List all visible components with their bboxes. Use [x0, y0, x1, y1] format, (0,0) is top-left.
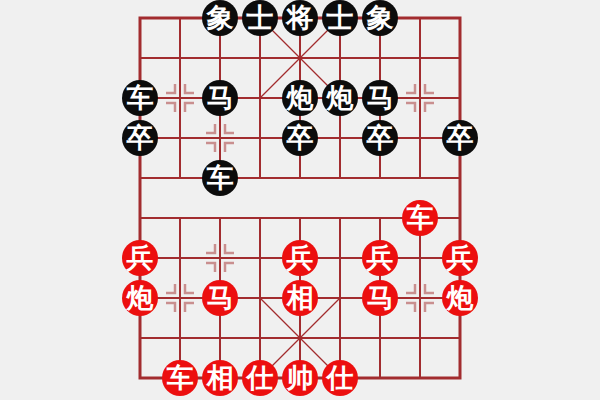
piece-black-elephant[interactable]: 象	[202, 0, 238, 36]
piece-red-horse[interactable]: 马	[202, 280, 238, 316]
piece-red-soldier[interactable]: 兵	[282, 240, 318, 276]
piece-red-soldier[interactable]: 兵	[362, 240, 398, 276]
piece-black-soldier[interactable]: 卒	[362, 120, 398, 156]
piece-red-soldier[interactable]: 兵	[442, 240, 478, 276]
piece-black-chariot[interactable]: 车	[122, 80, 158, 116]
piece-black-horse[interactable]: 马	[202, 80, 238, 116]
piece-red-cannon[interactable]: 炮	[122, 280, 158, 316]
piece-red-elephant[interactable]: 相	[202, 360, 238, 396]
piece-red-horse[interactable]: 马	[362, 280, 398, 316]
piece-black-soldier[interactable]: 卒	[282, 120, 318, 156]
piece-grid: 象士将士象车马炮炮马卒卒卒卒车车兵兵兵兵炮马相马炮车相仕帅仕	[120, 0, 480, 398]
piece-red-elephant[interactable]: 相	[282, 280, 318, 316]
piece-red-chariot[interactable]: 车	[162, 360, 198, 396]
xiangqi-board[interactable]: 象士将士象车马炮炮马卒卒卒卒车车兵兵兵兵炮马相马炮车相仕帅仕	[120, 0, 480, 398]
piece-black-cannon[interactable]: 炮	[322, 80, 358, 116]
piece-black-advisor[interactable]: 士	[322, 0, 358, 36]
piece-red-soldier[interactable]: 兵	[122, 240, 158, 276]
piece-red-advisor[interactable]: 仕	[242, 360, 278, 396]
piece-red-advisor[interactable]: 仕	[322, 360, 358, 396]
piece-red-cannon[interactable]: 炮	[442, 280, 478, 316]
piece-red-chariot[interactable]: 车	[402, 200, 438, 236]
piece-black-advisor[interactable]: 士	[242, 0, 278, 36]
piece-black-soldier[interactable]: 卒	[122, 120, 158, 156]
xiangqi-app-screen: 象士将士象车马炮炮马卒卒卒卒车车兵兵兵兵炮马相马炮车相仕帅仕	[0, 0, 600, 400]
piece-red-general[interactable]: 帅	[282, 360, 318, 396]
piece-black-elephant[interactable]: 象	[362, 0, 398, 36]
piece-black-cannon[interactable]: 炮	[282, 80, 318, 116]
piece-black-chariot[interactable]: 车	[202, 160, 238, 196]
piece-black-soldier[interactable]: 卒	[442, 120, 478, 156]
piece-black-general[interactable]: 将	[282, 0, 318, 36]
piece-black-horse[interactable]: 马	[362, 80, 398, 116]
